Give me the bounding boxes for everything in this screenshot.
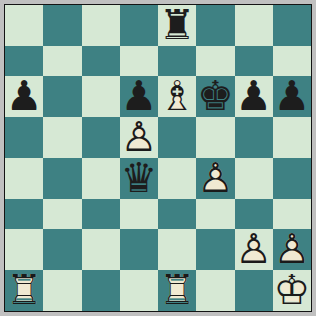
white-pawn[interactable]: ♟︎♙︎ <box>196 158 234 199</box>
square-b1[interactable] <box>43 270 81 311</box>
square-c8[interactable] <box>82 5 120 46</box>
square-f3[interactable] <box>196 199 234 229</box>
white-rook[interactable]: ♜︎♖︎ <box>5 270 43 311</box>
square-d5[interactable]: ♟︎♙︎ <box>120 117 158 158</box>
white-piece-outline: ♗︎ <box>159 76 196 117</box>
square-c5[interactable] <box>82 117 120 158</box>
square-e4[interactable] <box>158 158 196 199</box>
white-piece-outline: ♙︎ <box>235 229 272 270</box>
black-pawn[interactable]: ♟︎ <box>273 76 311 117</box>
square-h2[interactable]: ♟︎♙︎ <box>273 229 311 270</box>
square-d4[interactable]: ♛︎ <box>120 158 158 199</box>
white-pawn[interactable]: ♟︎♙︎ <box>235 229 273 270</box>
square-g8[interactable] <box>235 5 273 46</box>
white-bishop[interactable]: ♝︎♗︎ <box>158 76 196 117</box>
square-a4[interactable] <box>5 158 43 199</box>
square-a1[interactable]: ♜︎♖︎ <box>5 270 43 311</box>
white-piece-outline: ♙︎ <box>273 229 310 270</box>
white-piece-outline: ♙︎ <box>120 117 157 158</box>
black-pawn[interactable]: ♟︎ <box>235 76 273 117</box>
square-g5[interactable] <box>235 117 273 158</box>
chess-board: ♜︎♟︎♟︎♝︎♗︎♚︎♟︎♟︎♟︎♙︎♛︎♟︎♙︎♟︎♙︎♟︎♙︎♜︎♖︎♜︎… <box>4 4 312 312</box>
square-d1[interactable] <box>120 270 158 311</box>
square-g2[interactable]: ♟︎♙︎ <box>235 229 273 270</box>
square-b7[interactable] <box>43 46 81 76</box>
square-d6[interactable]: ♟︎ <box>120 76 158 117</box>
square-a6[interactable]: ♟︎ <box>5 76 43 117</box>
square-f4[interactable]: ♟︎♙︎ <box>196 158 234 199</box>
square-d8[interactable] <box>120 5 158 46</box>
square-b8[interactable] <box>43 5 81 46</box>
white-rook[interactable]: ♜︎♖︎ <box>158 270 196 311</box>
white-pawn[interactable]: ♟︎♙︎ <box>273 229 311 270</box>
square-d2[interactable] <box>120 229 158 270</box>
square-f8[interactable] <box>196 5 234 46</box>
square-c7[interactable] <box>82 46 120 76</box>
square-c2[interactable] <box>82 229 120 270</box>
white-piece-outline: ♖︎ <box>6 270 43 311</box>
white-king[interactable]: ♚︎♔︎ <box>273 270 311 311</box>
square-b3[interactable] <box>43 199 81 229</box>
square-a8[interactable] <box>5 5 43 46</box>
square-e3[interactable] <box>158 199 196 229</box>
square-f5[interactable] <box>196 117 234 158</box>
square-b5[interactable] <box>43 117 81 158</box>
square-g1[interactable] <box>235 270 273 311</box>
white-piece-outline: ♙︎ <box>197 158 234 199</box>
square-c1[interactable] <box>82 270 120 311</box>
black-rook[interactable]: ♜︎ <box>158 5 196 46</box>
square-a5[interactable] <box>5 117 43 158</box>
black-pawn[interactable]: ♟︎ <box>120 76 158 117</box>
square-b4[interactable] <box>43 158 81 199</box>
square-e8[interactable]: ♜︎ <box>158 5 196 46</box>
white-piece-outline: ♔︎ <box>273 270 310 311</box>
white-pawn[interactable]: ♟︎♙︎ <box>120 117 158 158</box>
square-f1[interactable] <box>196 270 234 311</box>
square-h5[interactable] <box>273 117 311 158</box>
square-h6[interactable]: ♟︎ <box>273 76 311 117</box>
square-b2[interactable] <box>43 229 81 270</box>
square-b6[interactable] <box>43 76 81 117</box>
square-c6[interactable] <box>82 76 120 117</box>
black-pawn[interactable]: ♟︎ <box>5 76 43 117</box>
square-h4[interactable] <box>273 158 311 199</box>
square-f2[interactable] <box>196 229 234 270</box>
square-c3[interactable] <box>82 199 120 229</box>
black-king[interactable]: ♚︎ <box>196 76 234 117</box>
square-g4[interactable] <box>235 158 273 199</box>
board-frame: ♜︎♟︎♟︎♝︎♗︎♚︎♟︎♟︎♟︎♙︎♛︎♟︎♙︎♟︎♙︎♟︎♙︎♜︎♖︎♜︎… <box>0 0 316 316</box>
square-e2[interactable] <box>158 229 196 270</box>
square-d3[interactable] <box>120 199 158 229</box>
square-c4[interactable] <box>82 158 120 199</box>
square-e6[interactable]: ♝︎♗︎ <box>158 76 196 117</box>
square-a2[interactable] <box>5 229 43 270</box>
square-h1[interactable]: ♚︎♔︎ <box>273 270 311 311</box>
square-g6[interactable]: ♟︎ <box>235 76 273 117</box>
square-f6[interactable]: ♚︎ <box>196 76 234 117</box>
square-h8[interactable] <box>273 5 311 46</box>
square-e1[interactable]: ♜︎♖︎ <box>158 270 196 311</box>
white-piece-outline: ♖︎ <box>159 270 196 311</box>
black-queen[interactable]: ♛︎ <box>120 158 158 199</box>
square-a3[interactable] <box>5 199 43 229</box>
square-e5[interactable] <box>158 117 196 158</box>
